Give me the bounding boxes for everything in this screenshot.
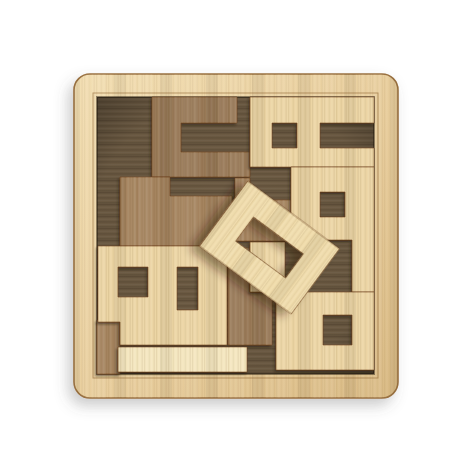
piece-maple-1[interactable] (118, 347, 247, 372)
puzzle-photo (0, 0, 470, 470)
puzzle-scene (0, 0, 470, 470)
piece-walnut-corner[interactable] (97, 320, 120, 374)
